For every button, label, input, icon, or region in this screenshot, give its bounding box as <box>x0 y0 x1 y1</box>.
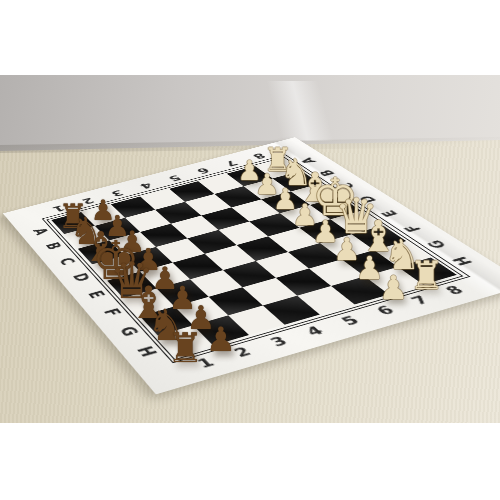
rank-label-left-8: 8 <box>251 152 269 160</box>
file-label-bottom-g: G <box>116 325 140 338</box>
rank-label-left-4: 4 <box>138 181 155 190</box>
rank-label-right-2: 2 <box>232 345 255 359</box>
rank-label-right-8: 8 <box>443 284 468 296</box>
file-label-bottom-e: E <box>85 289 106 299</box>
file-label-bottom-f: F <box>101 307 123 318</box>
rank-label-right-5: 5 <box>339 314 363 327</box>
rank-label-left-1: 1 <box>51 204 67 213</box>
rank-label-left-7: 7 <box>223 159 240 167</box>
wall-marble-vein <box>180 81 420 141</box>
rank-label-left-3: 3 <box>109 189 125 198</box>
file-label-bottom-c: C <box>56 257 76 267</box>
file-label-bottom-a: A <box>30 227 49 236</box>
rank-label-left-6: 6 <box>195 166 212 174</box>
rank-label-right-4: 4 <box>304 325 327 338</box>
rank-label-right-3: 3 <box>268 335 291 349</box>
rank-label-left-5: 5 <box>166 174 183 182</box>
photo-area: AA11BB22CC33DD44EE55FF66GG77HH88 <box>0 75 500 423</box>
rank-label-right-7: 7 <box>409 294 433 307</box>
file-label-bottom-h: H <box>134 345 159 358</box>
rank-label-left-2: 2 <box>80 196 96 205</box>
file-label-bottom-b: B <box>43 241 63 251</box>
product-photo: AA11BB22CC33DD44EE55FF66GG77HH88 ♜♞♝♚♛♝♞… <box>0 0 500 500</box>
file-label-bottom-d: D <box>70 272 92 283</box>
rank-label-right-1: 1 <box>196 356 218 370</box>
rank-label-right-6: 6 <box>374 304 398 317</box>
